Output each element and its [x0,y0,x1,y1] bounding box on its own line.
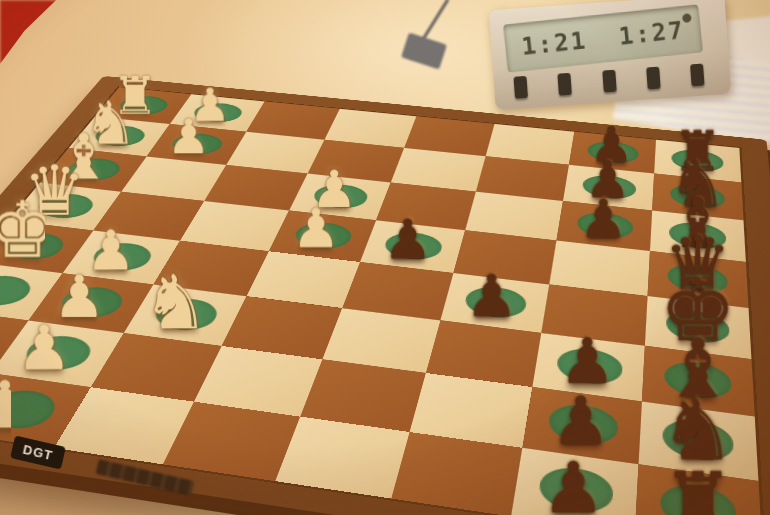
piece-black-pawn: ♟ [524,388,638,454]
piece-black-rook: ♜ [637,461,760,515]
square-g6 [410,373,533,448]
square-g4 [194,346,322,417]
square-d7 [549,241,650,296]
square-d4: ♟ [269,211,376,262]
square-h8: ♜ [635,464,763,515]
square-e5 [342,262,453,320]
piece-white-pawn: ♟ [270,203,363,257]
board-scene: ♜♟♟♜♞♟♟♞♝♟♟♝♛♟♟♛♚♟♟♚♝♟♞♟♝♟♟♞♜♟♟♜ [0,0,770,515]
piece-black-pawn: ♟ [558,192,649,245]
square-h6 [391,432,522,515]
square-h7: ♟ [511,448,639,515]
photo-stage: 1:21 1:27 ♜♟♟♜♞♟♟♞♝♟♟♝♛♟♟♛♚♟♟♚♝♟♞♟♝♟♟♞♜♟… [0,0,770,515]
piece-white-pawn: ♟ [0,373,61,438]
piece-white-pawn: ♟ [147,113,229,161]
square-h5 [275,417,409,499]
piece-black-pawn: ♟ [513,453,634,515]
square-c6 [465,192,563,241]
square-g5 [300,359,426,432]
square-e6: ♟ [440,273,549,333]
piece-white-knight: ♞ [125,265,226,340]
piece-black-pawn: ♟ [361,213,455,268]
chess-board: ♜♟♟♜♞♟♟♞♝♟♟♝♛♟♟♛♚♟♟♚♝♟♞♟♝♟♟♞♜♟♟♜ [0,87,763,515]
dgt-logo-text: DGT [21,442,54,463]
piece-black-pawn: ♟ [442,268,542,326]
chess-board-frame: ♜♟♟♜♞♟♟♞♝♟♟♝♛♟♟♛♚♟♟♚♝♟♞♟♝♟♟♞♜♟♟♜ [0,76,770,515]
square-f6 [426,320,541,387]
